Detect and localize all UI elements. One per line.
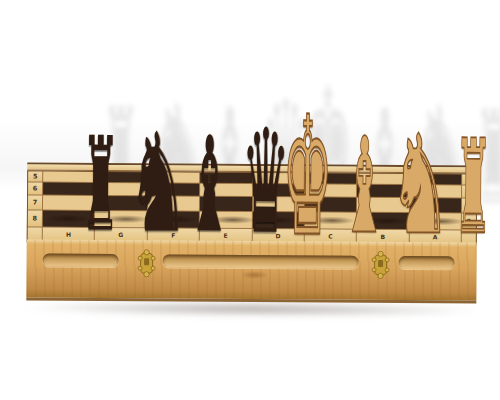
king-glyph: ♚ <box>282 94 333 259</box>
bishop-glyph: ♝ <box>341 120 387 252</box>
knight-glyph: ♞ <box>127 114 190 251</box>
chess-piece-dark-queen-e8: ♛ <box>232 165 233 237</box>
knight-glyph: ♞ <box>389 116 452 253</box>
product-photo: ♜♞♝♛♚♝♞♜ 55667788HGFEDCBA <box>0 0 500 400</box>
chess-box: ♜♞♝♛♚♝♞♜ 55667788HGFEDCBA <box>26 88 478 321</box>
rank-label: 7 <box>33 199 38 206</box>
rank-label-left-7: 7 <box>28 195 42 209</box>
file-label: H <box>66 232 71 238</box>
rook-glyph: ♜ <box>454 122 492 252</box>
rank-label-left-8: 8 <box>28 210 42 226</box>
rank-label-left-5: 5 <box>28 171 42 181</box>
file-label: G <box>118 232 123 238</box>
rank-label: 8 <box>33 215 38 222</box>
bishop-glyph: ♝ <box>186 119 232 251</box>
wall-shadows: ♜♞♝♛♚♝♞♜ <box>28 88 478 91</box>
rook-glyph: ♜ <box>81 119 119 249</box>
rank-label-left-6: 6 <box>28 182 42 194</box>
rank-label: 6 <box>33 185 38 192</box>
rank-label: 5 <box>33 173 38 180</box>
